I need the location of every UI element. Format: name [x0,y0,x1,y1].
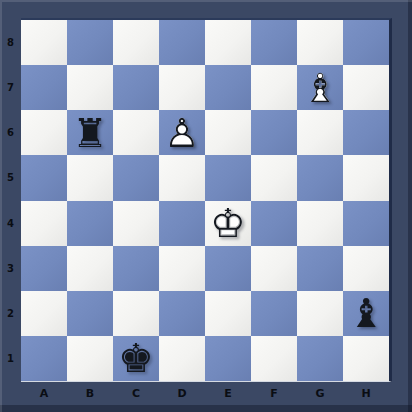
piece-white-pawn[interactable]: ♟♙ [159,110,205,155]
rank-label-8: 8 [0,20,21,65]
square-a1[interactable] [21,336,67,381]
square-d4[interactable] [159,201,205,246]
square-e8[interactable] [205,20,251,65]
square-d3[interactable] [159,246,205,291]
square-c8[interactable] [113,20,159,65]
square-g2[interactable] [297,291,343,336]
square-a6[interactable] [21,110,67,155]
file-label-d: D [159,383,205,403]
square-e6[interactable] [205,110,251,155]
square-b2[interactable] [67,291,113,336]
square-h5[interactable] [343,155,389,200]
square-f1[interactable] [251,336,297,381]
square-a5[interactable] [21,155,67,200]
square-c2[interactable] [113,291,159,336]
square-f2[interactable] [251,291,297,336]
square-h8[interactable] [343,20,389,65]
square-c5[interactable] [113,155,159,200]
square-e4[interactable]: ♚♔ [205,201,251,246]
square-b6[interactable]: ♜ [67,110,113,155]
board-wrap: ♝♗♜♟♙♚♔♝♚ [21,18,392,382]
square-e3[interactable] [205,246,251,291]
square-h2[interactable]: ♝ [343,291,389,336]
square-c4[interactable] [113,201,159,246]
square-g4[interactable] [297,201,343,246]
square-a8[interactable] [21,20,67,65]
square-g8[interactable] [297,20,343,65]
square-g6[interactable] [297,110,343,155]
square-d8[interactable] [159,20,205,65]
square-f6[interactable] [251,110,297,155]
square-c3[interactable] [113,246,159,291]
square-b3[interactable] [67,246,113,291]
square-h3[interactable] [343,246,389,291]
piece-black-king[interactable]: ♚ [113,336,159,381]
rank-label-1: 1 [0,336,21,381]
square-a3[interactable] [21,246,67,291]
black-rook-glyph: ♜ [72,113,108,153]
square-f7[interactable] [251,65,297,110]
file-label-g: G [297,383,343,403]
square-b4[interactable] [67,201,113,246]
square-b7[interactable] [67,65,113,110]
file-label-a: A [21,383,67,403]
square-b8[interactable] [67,20,113,65]
white-pawn-outline-glyph: ♙ [164,113,200,153]
square-e1[interactable] [205,336,251,381]
chess-board: ♝♗♜♟♙♚♔♝♚ [21,20,389,381]
square-h6[interactable] [343,110,389,155]
square-f8[interactable] [251,20,297,65]
piece-white-king[interactable]: ♚♔ [205,201,251,246]
square-d7[interactable] [159,65,205,110]
rank-label-4: 4 [0,201,21,246]
square-c1[interactable]: ♚ [113,336,159,381]
rank-label-2: 2 [0,291,21,336]
square-g1[interactable] [297,336,343,381]
square-a7[interactable] [21,65,67,110]
file-label-f: F [251,383,297,403]
file-label-h: H [343,383,389,403]
square-c7[interactable] [113,65,159,110]
square-d6[interactable]: ♟♙ [159,110,205,155]
square-g3[interactable] [297,246,343,291]
square-h1[interactable] [343,336,389,381]
file-label-c: C [113,383,159,403]
file-label-e: E [205,383,251,403]
rank-label-6: 6 [0,110,21,155]
square-f5[interactable] [251,155,297,200]
white-king-outline-glyph: ♔ [210,203,246,243]
rank-labels: 87654321 [0,20,21,381]
chess-board-frame: 87654321 ♝♗♜♟♙♚♔♝♚ ABCDEFGH [0,0,412,412]
square-d2[interactable] [159,291,205,336]
piece-black-bishop[interactable]: ♝ [343,291,389,336]
square-a2[interactable] [21,291,67,336]
square-g5[interactable] [297,155,343,200]
square-e7[interactable] [205,65,251,110]
rank-label-5: 5 [0,155,21,200]
square-b1[interactable] [67,336,113,381]
black-king-glyph: ♚ [118,338,154,378]
square-e2[interactable] [205,291,251,336]
square-c6[interactable] [113,110,159,155]
square-f4[interactable] [251,201,297,246]
square-b5[interactable] [67,155,113,200]
square-a4[interactable] [21,201,67,246]
rank-label-7: 7 [0,65,21,110]
square-f3[interactable] [251,246,297,291]
square-e5[interactable] [205,155,251,200]
square-h7[interactable] [343,65,389,110]
file-labels: ABCDEFGH [21,383,389,403]
square-g7[interactable]: ♝♗ [297,65,343,110]
piece-white-bishop[interactable]: ♝♗ [297,65,343,110]
square-h4[interactable] [343,201,389,246]
square-d5[interactable] [159,155,205,200]
file-label-b: B [67,383,113,403]
square-d1[interactable] [159,336,205,381]
black-bishop-glyph: ♝ [348,293,384,333]
rank-label-3: 3 [0,246,21,291]
piece-black-rook[interactable]: ♜ [67,110,113,155]
white-bishop-outline-glyph: ♗ [302,68,338,108]
